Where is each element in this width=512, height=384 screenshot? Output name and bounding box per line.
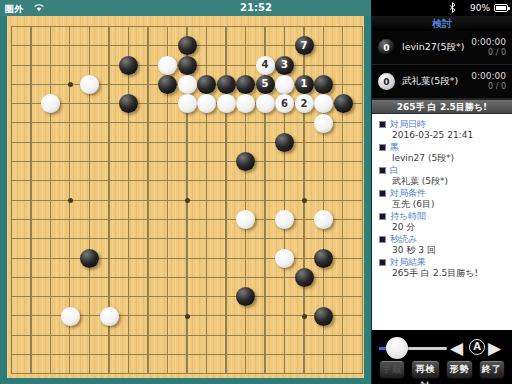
player-clock: 0:00:000 / 0	[471, 71, 506, 91]
white-stone	[275, 75, 294, 94]
black-stone-icon: 0	[378, 39, 395, 56]
battery-icon	[494, 4, 508, 12]
review-panel: 検討 0levin27(5段*)0:00:000 / 00武礼葉(5段*)0:0…	[371, 16, 512, 384]
white-stone	[197, 94, 216, 113]
white-stone	[314, 210, 333, 229]
next-move-button[interactable]: ▶	[488, 336, 501, 360]
info-item: 対局日時2016-03-25 21:41	[379, 119, 505, 141]
player-name: levin27(5段*)	[402, 41, 471, 54]
info-item: 対局条件互先 (6目)	[379, 188, 505, 210]
black-stone	[314, 307, 333, 326]
game-info-list: 対局日時2016-03-25 21:41黒levin27 (5段*)白武礼葉 (…	[372, 114, 512, 330]
info-item: 対局結果265手 白 2.5目勝ち!	[379, 257, 505, 279]
white-stone-icon: 0	[378, 73, 395, 90]
white-stone	[236, 94, 255, 113]
black-stone	[217, 75, 236, 94]
white-stone	[275, 210, 294, 229]
black-stone: 3	[275, 56, 294, 75]
player-row-black[interactable]: 0levin27(5段*)0:00:000 / 0	[372, 31, 512, 65]
info-label: 対局日時	[379, 119, 505, 130]
slider-handle[interactable]	[386, 337, 408, 359]
list-bullet-icon	[379, 259, 386, 266]
star-point	[68, 82, 73, 87]
white-stone	[41, 94, 60, 113]
info-value: levin27 (5段*)	[379, 153, 505, 164]
white-stone	[314, 94, 333, 113]
info-value: 武礼葉 (5段*)	[379, 176, 505, 187]
board-grid[interactable]: 7435162	[11, 26, 363, 374]
info-label: 対局条件	[379, 188, 505, 199]
black-stone	[236, 75, 255, 94]
white-stone	[178, 75, 197, 94]
player-list: 0levin27(5段*)0:00:000 / 00武礼葉(5段*)0:00:0…	[372, 31, 512, 99]
white-stone	[61, 307, 80, 326]
white-stone: 6	[275, 94, 294, 113]
star-point	[302, 198, 307, 203]
black-stone	[236, 287, 255, 306]
info-label: 黒	[379, 142, 505, 153]
go-board[interactable]: 7435162	[7, 16, 364, 378]
white-stone: 4	[256, 56, 275, 75]
player-name: 武礼葉(5段*)	[402, 75, 471, 88]
action-button-row: 手順再検討形勢終了	[372, 360, 512, 379]
black-stone	[158, 75, 177, 94]
panel-title: 検討	[372, 16, 512, 31]
info-item: 黒levin27 (5段*)	[379, 142, 505, 164]
info-item: 持ち時間20 分	[379, 211, 505, 233]
black-stone	[314, 249, 333, 268]
white-stone	[314, 114, 333, 133]
list-bullet-icon	[379, 167, 386, 174]
info-value: 互先 (6目)	[379, 199, 505, 210]
white-stone: 2	[295, 94, 314, 113]
auto-play-button[interactable]: A	[469, 339, 485, 355]
button-手順[interactable]: 手順	[379, 360, 405, 379]
star-point	[68, 198, 73, 203]
star-point	[185, 314, 190, 319]
playback-controls: ◀ A ▶ 手順再検討形勢終了	[372, 330, 512, 384]
white-stone	[100, 307, 119, 326]
white-stone	[178, 94, 197, 113]
player-clock: 0:00:000 / 0	[471, 37, 506, 57]
info-value: 20 分	[379, 222, 505, 233]
black-stone	[197, 75, 216, 94]
white-stone	[236, 210, 255, 229]
black-stone	[314, 75, 333, 94]
black-stone	[119, 94, 138, 113]
black-stone	[236, 152, 255, 171]
list-bullet-icon	[379, 236, 386, 243]
clock-time: 21:52	[0, 2, 512, 13]
black-stone	[119, 56, 138, 75]
info-label: 秒読み	[379, 234, 505, 245]
go-board-frame: 7435162	[0, 16, 371, 384]
info-item: 白武礼葉 (5段*)	[379, 165, 505, 187]
button-再検討[interactable]: 再検討	[411, 360, 440, 379]
list-bullet-icon	[379, 144, 386, 151]
info-label: 対局結果	[379, 257, 505, 268]
info-item: 秒読み30 秒 3 回	[379, 234, 505, 256]
black-stone	[275, 133, 294, 152]
info-value: 2016-03-25 21:41	[379, 130, 505, 141]
white-stone	[80, 75, 99, 94]
white-stone	[158, 56, 177, 75]
button-終了[interactable]: 終了	[479, 360, 505, 379]
star-point	[185, 198, 190, 203]
white-stone	[217, 94, 236, 113]
black-stone	[295, 268, 314, 287]
black-stone	[178, 36, 197, 55]
info-label: 白	[379, 165, 505, 176]
list-bullet-icon	[379, 190, 386, 197]
button-形勢[interactable]: 形勢	[446, 360, 472, 379]
black-stone: 5	[256, 75, 275, 94]
status-bar: 圏外 21:52 90%	[0, 0, 512, 16]
white-stone	[256, 94, 275, 113]
black-stone	[80, 249, 99, 268]
move-slider[interactable]: ◀ A ▶	[372, 336, 512, 360]
black-stone: 1	[295, 75, 314, 94]
black-stone	[178, 56, 197, 75]
black-stone	[334, 94, 353, 113]
result-bar: 265手 白 2.5目勝ち!	[372, 99, 512, 114]
list-bullet-icon	[379, 213, 386, 220]
white-stone	[275, 249, 294, 268]
list-bullet-icon	[379, 121, 386, 128]
info-value: 265手 白 2.5目勝ち!	[379, 268, 505, 279]
bluetooth-icon	[449, 2, 456, 13]
star-point	[302, 314, 307, 319]
info-value: 30 秒 3 回	[379, 245, 505, 256]
player-row-white[interactable]: 0武礼葉(5段*)0:00:000 / 0	[372, 65, 512, 99]
info-label: 持ち時間	[379, 211, 505, 222]
prev-move-button[interactable]: ◀	[450, 336, 463, 360]
battery-percent: 90%	[470, 3, 490, 13]
black-stone: 7	[295, 36, 314, 55]
